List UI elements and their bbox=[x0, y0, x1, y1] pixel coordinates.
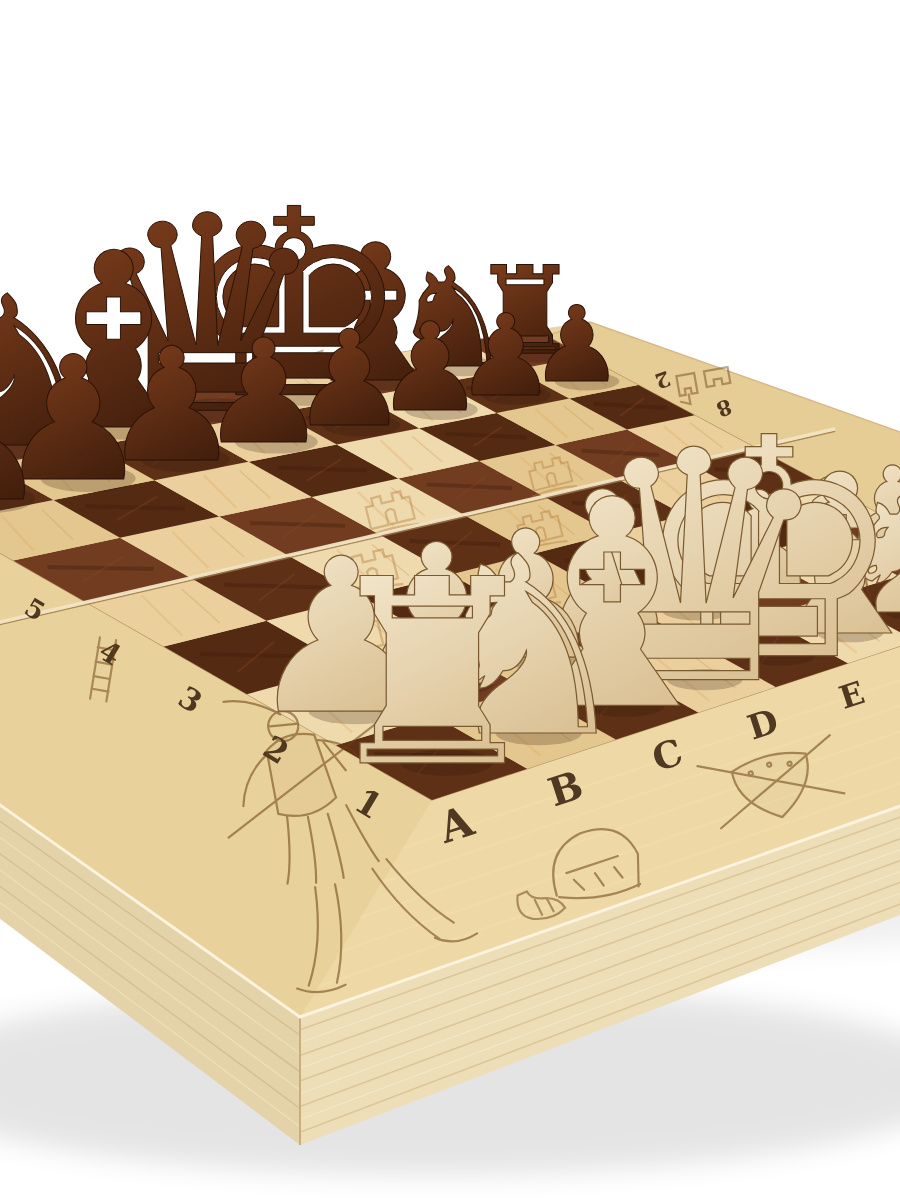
piece-black-pawn-a7: ♟ bbox=[0, 324, 53, 543]
svg-text:♜: ♜ bbox=[317, 525, 547, 824]
chess-photo-scene: Overhead-angle product photo of a foldin… bbox=[0, 0, 900, 1200]
piece-white-rook-a1: ♜ bbox=[317, 525, 547, 824]
scene-svg: Overhead-angle product photo of a foldin… bbox=[0, 0, 900, 1200]
svg-text:♟: ♟ bbox=[0, 324, 53, 543]
